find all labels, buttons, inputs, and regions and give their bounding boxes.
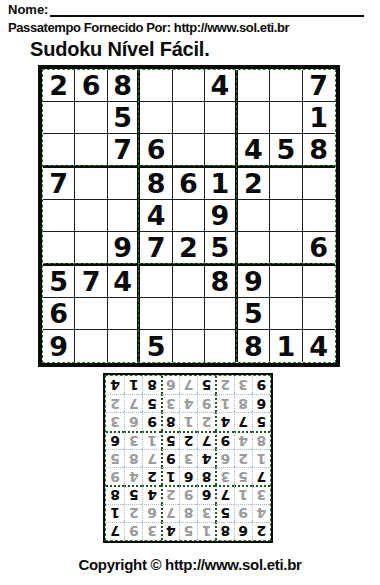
solution-cell: 4 <box>161 522 179 540</box>
puzzle-cell[interactable] <box>205 298 237 330</box>
puzzle-cell: 5 <box>140 330 172 362</box>
puzzle-cell[interactable] <box>108 200 140 232</box>
puzzle-cell[interactable] <box>75 232 107 266</box>
puzzle-cell[interactable] <box>43 200 75 232</box>
solution-cell: 3 <box>234 376 252 394</box>
solution-cell: 6 <box>197 485 215 503</box>
solution-cell: 2 <box>234 449 252 467</box>
puzzle-cell: 5 <box>270 134 302 168</box>
solution-cell: 5 <box>234 467 252 485</box>
puzzle-cell[interactable] <box>205 134 237 168</box>
puzzle-cell[interactable] <box>75 330 107 362</box>
solution-cell: 1 <box>106 504 124 522</box>
solution-cell: 6 <box>179 467 197 485</box>
solution-grid-rotated: 2681543974953876213176924587538612491264… <box>106 376 270 540</box>
solution-cell: 8 <box>215 522 233 540</box>
puzzle-cell[interactable] <box>140 298 172 330</box>
solution-cell: 6 <box>161 376 179 394</box>
solution-cell: 6 <box>106 431 124 449</box>
puzzle-cell[interactable] <box>270 200 302 232</box>
puzzle-cell: 4 <box>140 200 172 232</box>
solution-cell: 4 <box>124 467 142 485</box>
puzzle-cell[interactable] <box>140 102 172 134</box>
puzzle-cell: 9 <box>43 330 75 362</box>
puzzle-cell[interactable] <box>303 200 335 232</box>
solution-cell: 9 <box>252 376 270 394</box>
solution-cell: 8 <box>179 504 197 522</box>
solution-cell: 7 <box>124 394 142 412</box>
solution-cell: 8 <box>161 412 179 430</box>
puzzle-cell[interactable] <box>303 298 335 330</box>
solution-cell: 5 <box>252 412 270 430</box>
solution-cell: 1 <box>179 412 197 430</box>
solution-cell: 4 <box>142 485 160 503</box>
solution-cell: 5 <box>142 394 160 412</box>
puzzle-cell[interactable] <box>238 70 270 102</box>
puzzle-cell[interactable] <box>43 134 75 168</box>
puzzle-cell[interactable] <box>270 102 302 134</box>
solution-cell: 7 <box>197 431 215 449</box>
puzzle-cell: 7 <box>43 168 75 200</box>
solution-cell: 5 <box>215 504 233 522</box>
solution-cell: 8 <box>252 431 270 449</box>
puzzle-cell: 6 <box>43 298 75 330</box>
provider-text: Passatempo Fornecido Por: http://www.sol… <box>8 20 289 35</box>
solution-cell: 2 <box>179 431 197 449</box>
solution-cell: 9 <box>234 504 252 522</box>
puzzle-cell: 4 <box>108 266 140 298</box>
solution-cell: 6 <box>252 394 270 412</box>
solution-cell: 7 <box>215 485 233 503</box>
solution-cell: 5 <box>124 485 142 503</box>
puzzle-grid: 268475176458786124997256574896595814 <box>43 70 335 362</box>
solution-cell: 1 <box>197 522 215 540</box>
puzzle-cell: 8 <box>140 168 172 200</box>
puzzle-cell: 6 <box>303 232 335 266</box>
solution-cell: 1 <box>252 449 270 467</box>
puzzle-cell: 7 <box>75 266 107 298</box>
puzzle-cell: 4 <box>205 70 237 102</box>
puzzle-cell: 5 <box>108 102 140 134</box>
puzzle-cell: 6 <box>173 168 205 200</box>
solution-cell: 3 <box>252 485 270 503</box>
solution-cell: 2 <box>252 522 270 540</box>
puzzle-cell[interactable] <box>303 168 335 200</box>
solution-cell: 9 <box>106 467 124 485</box>
solution-cell: 7 <box>252 467 270 485</box>
puzzle-board-frame: 268475176458786124997256574896595814 <box>38 65 340 367</box>
puzzle-cell: 8 <box>303 134 335 168</box>
puzzle-cell[interactable] <box>303 266 335 298</box>
puzzle-cell[interactable] <box>173 134 205 168</box>
puzzle-cell: 5 <box>205 232 237 266</box>
puzzle-cell: 2 <box>238 168 270 200</box>
solution-cell: 3 <box>106 412 124 430</box>
solution-cell: 9 <box>179 485 197 503</box>
solution-cell: 3 <box>124 431 142 449</box>
puzzle-cell: 8 <box>108 70 140 102</box>
solution-cell: 8 <box>106 485 124 503</box>
solution-cell: 2 <box>215 376 233 394</box>
puzzle-cell[interactable] <box>173 266 205 298</box>
solution-cell: 6 <box>124 412 142 430</box>
solution-cell: 2 <box>161 485 179 503</box>
puzzle-cell[interactable] <box>108 168 140 200</box>
solution-cell: 6 <box>234 522 252 540</box>
puzzle-cell: 5 <box>43 266 75 298</box>
solution-cell: 1 <box>215 394 233 412</box>
solution-cell: 2 <box>106 394 124 412</box>
name-row: Nome: <box>8 2 364 17</box>
puzzle-cell[interactable] <box>238 102 270 134</box>
solution-cell: 5 <box>179 522 197 540</box>
solution-cell: 9 <box>197 394 215 412</box>
puzzle-cell: 1 <box>303 102 335 134</box>
puzzle-cell[interactable] <box>238 232 270 266</box>
puzzle-cell[interactable] <box>75 298 107 330</box>
solution-cell: 7 <box>161 504 179 522</box>
solution-cell: 5 <box>106 449 124 467</box>
solution-cell: 7 <box>179 376 197 394</box>
solution-cell: 3 <box>161 394 179 412</box>
name-input-line[interactable] <box>50 2 364 17</box>
puzzle-cell[interactable] <box>270 168 302 200</box>
puzzle-cell[interactable] <box>270 70 302 102</box>
name-label: Nome: <box>8 2 48 17</box>
puzzle-cell: 7 <box>303 70 335 102</box>
solution-cell: 1 <box>142 431 160 449</box>
puzzle-cell: 9 <box>205 200 237 232</box>
page-title: Sudoku Nível Fácil. <box>30 38 210 61</box>
solution-cell: 4 <box>106 376 124 394</box>
solution-cell: 3 <box>142 522 160 540</box>
solution-cell: 3 <box>197 504 215 522</box>
solution-cell: 6 <box>215 449 233 467</box>
puzzle-cell[interactable] <box>140 266 172 298</box>
puzzle-cell[interactable] <box>75 168 107 200</box>
solution-cell: 1 <box>161 467 179 485</box>
solution-cell: 4 <box>215 412 233 430</box>
solution-cell: 2 <box>142 467 160 485</box>
puzzle-cell[interactable] <box>75 102 107 134</box>
worksheet-page: Nome: Passatempo Fornecido Por: http://w… <box>0 0 380 585</box>
solution-cell: 3 <box>215 467 233 485</box>
solution-cell: 6 <box>142 504 160 522</box>
solution-cell: 8 <box>234 394 252 412</box>
puzzle-cell: 6 <box>140 134 172 168</box>
solution-cell: 9 <box>124 522 142 540</box>
solution-cell: 5 <box>197 376 215 394</box>
solution-cell: 9 <box>161 449 179 467</box>
solution-cell: 4 <box>179 394 197 412</box>
solution-cell: 8 <box>197 467 215 485</box>
puzzle-cell[interactable] <box>173 298 205 330</box>
puzzle-cell: 8 <box>205 266 237 298</box>
puzzle-cell: 7 <box>108 134 140 168</box>
solution-cell: 2 <box>197 412 215 430</box>
solution-cell: 7 <box>234 412 252 430</box>
solution-cell: 7 <box>142 449 160 467</box>
puzzle-cell: 4 <box>238 134 270 168</box>
solution-cell: 2 <box>124 504 142 522</box>
copyright-text: Copyright © http://www.sol.eti.br <box>0 556 380 573</box>
puzzle-cell[interactable] <box>140 70 172 102</box>
solution-cell: 4 <box>252 504 270 522</box>
solution-cell: 4 <box>234 431 252 449</box>
solution-cell: 5 <box>161 431 179 449</box>
solution-cell: 1 <box>234 485 252 503</box>
puzzle-cell: 1 <box>270 330 302 362</box>
solution-cell: 8 <box>142 376 160 394</box>
puzzle-cell: 2 <box>43 70 75 102</box>
puzzle-cell: 9 <box>108 232 140 266</box>
solution-board-frame: 2681543974953876213176924587538612491264… <box>103 373 273 543</box>
solution-cell: 7 <box>106 522 124 540</box>
solution-cell: 9 <box>215 431 233 449</box>
puzzle-cell: 7 <box>140 232 172 266</box>
puzzle-cell[interactable] <box>205 330 237 362</box>
puzzle-cell[interactable] <box>75 200 107 232</box>
solution-cell: 4 <box>197 449 215 467</box>
puzzle-cell: 4 <box>303 330 335 362</box>
puzzle-cell[interactable] <box>173 102 205 134</box>
puzzle-cell[interactable] <box>43 102 75 134</box>
puzzle-cell[interactable] <box>75 134 107 168</box>
puzzle-cell[interactable] <box>205 102 237 134</box>
puzzle-cell[interactable] <box>173 70 205 102</box>
puzzle-cell[interactable] <box>173 200 205 232</box>
solution-cell: 1 <box>124 376 142 394</box>
puzzle-cell: 8 <box>238 330 270 362</box>
solution-cell: 9 <box>142 412 160 430</box>
puzzle-cell[interactable] <box>108 298 140 330</box>
solution-cell: 8 <box>124 449 142 467</box>
puzzle-cell[interactable] <box>108 330 140 362</box>
puzzle-cell: 2 <box>173 232 205 266</box>
solution-board-accent-frame: 2681543974953876213176924587538612491264… <box>105 375 271 541</box>
puzzle-cell: 9 <box>238 266 270 298</box>
puzzle-cell[interactable] <box>173 330 205 362</box>
puzzle-cell[interactable] <box>238 200 270 232</box>
puzzle-cell[interactable] <box>270 232 302 266</box>
puzzle-cell: 5 <box>238 298 270 330</box>
solution-cell: 3 <box>179 449 197 467</box>
puzzle-cell[interactable] <box>270 298 302 330</box>
puzzle-cell[interactable] <box>43 232 75 266</box>
puzzle-cell: 6 <box>75 70 107 102</box>
puzzle-board-accent-frame: 268475176458786124997256574896595814 <box>42 69 336 363</box>
puzzle-cell: 1 <box>205 168 237 200</box>
puzzle-cell[interactable] <box>270 266 302 298</box>
